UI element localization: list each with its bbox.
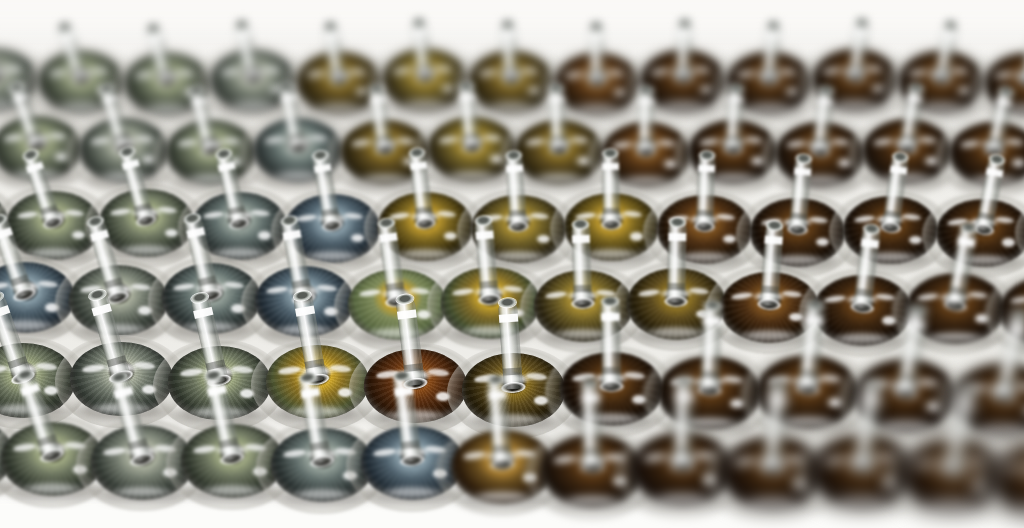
stem-shading xyxy=(502,367,521,375)
stem-shading xyxy=(901,134,918,141)
stem-reflection xyxy=(767,396,787,405)
eye-tray-photo xyxy=(0,0,1024,528)
lower-rim-glint xyxy=(399,99,451,109)
stem-shading xyxy=(463,133,479,140)
stem-base-meniscus xyxy=(600,218,622,229)
lower-rim-glint xyxy=(657,100,709,110)
stem-opening xyxy=(1010,308,1024,320)
stem-shading xyxy=(726,135,742,141)
glass-stem xyxy=(638,89,654,153)
stem-shading xyxy=(243,65,259,73)
lower-rim-glint xyxy=(571,103,623,113)
stem-shading xyxy=(573,285,591,292)
glass-eye-r1-c7-olive-brown xyxy=(468,51,554,113)
stem-reflection xyxy=(1007,323,1024,334)
stem-shading xyxy=(898,372,918,382)
glass-stem xyxy=(588,25,604,83)
stem-shading xyxy=(104,278,123,289)
stem-reflection xyxy=(459,94,475,101)
lower-rim-glint xyxy=(201,484,263,496)
glass-stem xyxy=(600,300,620,388)
point-glint xyxy=(258,231,271,239)
stem-opening xyxy=(677,19,691,28)
stem-shading xyxy=(400,440,420,449)
lower-rim-glint xyxy=(397,248,454,259)
stem-reflection xyxy=(193,307,213,319)
stem-reflection xyxy=(0,227,13,240)
stem-reflection xyxy=(282,230,301,241)
stem-reflection xyxy=(324,32,340,40)
stem-opening xyxy=(675,377,693,386)
stem-base-meniscus xyxy=(599,381,623,392)
stem-shading xyxy=(790,213,807,220)
glass-eye-r3-c12-dark-brown xyxy=(936,199,1024,267)
stem-shading xyxy=(205,359,225,370)
stem-shading xyxy=(321,208,339,217)
stem-shading xyxy=(977,212,995,221)
lower-rim-glint xyxy=(741,496,803,508)
point-glint xyxy=(1002,238,1015,246)
stem-reflection xyxy=(409,162,427,171)
stem-base-meniscus xyxy=(673,73,692,84)
stem-reflection xyxy=(191,97,208,106)
lower-rim-glint xyxy=(141,103,193,113)
stem-reflection xyxy=(804,315,824,325)
lower-rim-glint xyxy=(291,488,353,500)
stem-reflection xyxy=(889,165,907,174)
stem-opening xyxy=(458,81,473,91)
stem-shading xyxy=(799,369,819,378)
stem-reflection xyxy=(996,98,1013,107)
stem-opening xyxy=(411,17,426,28)
stem-shading xyxy=(854,448,874,457)
lower-rim-glint xyxy=(915,101,967,111)
stem-reflection xyxy=(91,303,111,316)
stem-shading xyxy=(218,437,238,448)
stem-reflection xyxy=(90,230,109,242)
stem-shading xyxy=(813,137,829,144)
stem-shading xyxy=(287,132,304,140)
stem-reflection xyxy=(280,94,297,103)
stem-shading xyxy=(106,355,126,367)
stem-shading xyxy=(855,288,874,297)
glass-stem xyxy=(580,381,601,469)
stem-shading xyxy=(988,136,1005,144)
stem-shading xyxy=(491,444,510,452)
stem-reflection xyxy=(487,390,507,399)
stem-opening xyxy=(368,84,384,95)
stem-shading xyxy=(403,363,423,372)
stem-reflection xyxy=(853,29,869,36)
stem-reflection xyxy=(19,383,40,396)
stem-opening xyxy=(729,83,744,93)
stem-reflection xyxy=(817,98,833,105)
stem-opening xyxy=(703,300,721,310)
lower-rim-glint xyxy=(532,172,586,182)
glass-stem xyxy=(725,86,744,151)
stem-shading xyxy=(676,66,691,71)
stem-opening xyxy=(408,148,425,159)
stem-shading xyxy=(602,208,619,214)
point-glint xyxy=(165,229,178,237)
stem-reflection xyxy=(581,394,600,402)
lower-rim-glint xyxy=(972,423,1024,435)
stem-reflection xyxy=(498,313,518,322)
glass-eye-r6-c13-chocolate xyxy=(991,442,1024,516)
glass-stem xyxy=(676,22,692,80)
stem-reflection xyxy=(702,317,721,326)
stem-reflection xyxy=(638,99,654,105)
stem-reflection xyxy=(235,30,251,38)
stem-base-meniscus xyxy=(587,76,606,87)
stem-reflection xyxy=(412,29,428,36)
stem-shading xyxy=(508,210,525,217)
stem-reflection xyxy=(905,319,925,330)
stem-opening xyxy=(769,380,787,390)
stem-reflection xyxy=(313,164,331,173)
stem-shading xyxy=(10,274,29,286)
stem-shading xyxy=(667,283,685,290)
lower-rim-glint xyxy=(313,102,365,112)
stem-reflection xyxy=(59,31,75,40)
stem-base-meniscus xyxy=(571,297,594,309)
stem-reflection xyxy=(121,159,139,170)
stem-reflection xyxy=(500,31,515,37)
stem-opening xyxy=(766,220,783,230)
stem-reflection xyxy=(861,395,881,405)
glass-stem xyxy=(696,154,716,229)
stem-shading xyxy=(479,281,497,289)
stem-shading xyxy=(112,132,129,141)
stem-reflection xyxy=(677,30,692,36)
stem-reflection xyxy=(697,165,714,172)
stem-opening xyxy=(795,154,811,164)
stem-shading xyxy=(200,135,217,144)
stem-reflection xyxy=(727,96,743,103)
stem-opening xyxy=(854,17,869,28)
stem-reflection xyxy=(379,233,398,243)
stem-shading xyxy=(582,448,601,456)
stem-shading xyxy=(849,64,864,70)
stem-shading xyxy=(762,67,777,73)
stem-opening xyxy=(378,218,396,229)
stem-reflection xyxy=(668,233,686,241)
stem-shading xyxy=(304,358,324,368)
stem-shading xyxy=(227,205,245,214)
stem-reflection xyxy=(572,235,590,243)
stem-opening xyxy=(639,86,654,95)
stem-shading xyxy=(416,64,431,70)
stem-reflection xyxy=(674,393,693,401)
stem-shading xyxy=(696,210,713,216)
stem-opening xyxy=(602,148,618,157)
lower-rim-glint xyxy=(561,494,623,506)
stem-opening xyxy=(601,297,619,306)
stem-opening xyxy=(699,151,715,161)
stem-shading xyxy=(198,276,217,287)
stem-base-meniscus xyxy=(670,461,695,473)
lower-rim-glint xyxy=(743,102,795,112)
stem-shading xyxy=(761,286,779,294)
stem-shading xyxy=(945,451,965,461)
stem-opening xyxy=(500,19,514,29)
point-glint xyxy=(909,236,922,244)
point-glint xyxy=(664,160,677,168)
stem-base-meniscus xyxy=(723,143,744,155)
stem-opening xyxy=(505,150,521,160)
stem-reflection xyxy=(113,386,133,399)
stem-shading xyxy=(292,279,311,289)
lower-rim-glint xyxy=(646,326,705,337)
stem-reflection xyxy=(0,305,10,319)
glass-stem xyxy=(673,380,694,468)
stem-shading xyxy=(996,376,1016,387)
lower-rim-glint xyxy=(55,101,107,111)
lower-rim-glint xyxy=(739,329,798,340)
stem-base-meniscus xyxy=(697,384,722,396)
point-glint xyxy=(537,235,550,243)
stem-opening xyxy=(589,22,603,31)
stem-shading xyxy=(385,283,404,292)
stem-reflection xyxy=(906,95,923,103)
stem-reflection xyxy=(295,306,315,317)
stem-opening xyxy=(766,20,780,30)
stem-shading xyxy=(39,205,57,216)
lower-rim-glint xyxy=(471,490,533,502)
stem-shading xyxy=(7,356,27,369)
stem-reflection xyxy=(101,95,118,105)
stem-shading xyxy=(375,135,392,142)
stem-reflection xyxy=(217,161,235,171)
lower-rim-glint xyxy=(925,331,984,342)
stem-reflection xyxy=(764,236,782,245)
stem-reflection xyxy=(475,231,494,240)
stem-reflection xyxy=(861,239,880,248)
stem-shading xyxy=(329,67,345,74)
stem-opening xyxy=(498,297,516,307)
lower-rim-glint xyxy=(485,101,537,111)
stem-shading xyxy=(883,210,901,218)
glass-stem xyxy=(601,151,619,225)
stem-reflection xyxy=(393,387,413,397)
lower-rim-glint xyxy=(832,332,891,343)
stem-opening xyxy=(572,219,589,229)
stem-reflection xyxy=(505,164,522,172)
glass-eye-r1-c6-olive xyxy=(382,49,468,111)
stem-reflection xyxy=(954,398,974,409)
stem-reflection xyxy=(765,32,780,38)
stem-reflection xyxy=(941,31,957,39)
stem-opening xyxy=(549,84,564,94)
stem-reflection xyxy=(602,162,619,169)
lower-rim-glint xyxy=(619,175,673,185)
stem-reflection xyxy=(25,162,43,174)
stem-shading xyxy=(638,138,654,143)
stem-shading xyxy=(127,438,147,450)
stem-reflection xyxy=(300,388,320,399)
stem-reflection xyxy=(370,96,387,104)
stem-shading xyxy=(503,66,518,72)
lower-rim-glint xyxy=(583,248,640,259)
stem-shading xyxy=(700,370,719,378)
stem-reflection xyxy=(206,385,226,397)
stem-shading xyxy=(948,286,967,296)
lower-rim-glint xyxy=(829,99,881,109)
stem-shading xyxy=(764,450,783,458)
stem-reflection xyxy=(396,309,416,319)
glass-stem xyxy=(571,222,592,305)
stem-shading xyxy=(935,66,951,73)
stem-shading xyxy=(601,366,620,373)
stem-reflection xyxy=(588,33,603,39)
lower-rim-glint xyxy=(21,482,83,494)
point-glint xyxy=(838,159,851,167)
stem-reflection xyxy=(549,96,565,102)
stem-shading xyxy=(550,135,566,141)
glass-stem xyxy=(548,87,567,152)
glass-stem xyxy=(700,303,722,392)
stem-reflection xyxy=(985,168,1003,178)
glass-stem xyxy=(667,221,687,303)
lower-rim-glint xyxy=(921,498,983,510)
stem-reflection xyxy=(793,168,811,176)
stem-reflection xyxy=(957,237,976,247)
stem-reflection xyxy=(186,227,205,238)
stem-shading xyxy=(309,441,329,451)
stem-reflection xyxy=(12,93,29,104)
stem-shading xyxy=(589,69,604,74)
stem-reflection xyxy=(147,33,163,42)
point-glint xyxy=(1012,159,1024,167)
stem-base-meniscus xyxy=(664,295,687,306)
stem-shading xyxy=(36,434,56,447)
lower-rim-glint xyxy=(358,173,412,183)
stem-opening xyxy=(818,86,834,96)
stem-shading xyxy=(414,206,432,214)
point-glint xyxy=(630,232,643,240)
stem-opening xyxy=(475,216,492,226)
stem-opening xyxy=(581,378,599,387)
stem-opening xyxy=(669,218,686,227)
lower-rim-glint xyxy=(227,100,279,110)
stem-shading xyxy=(673,446,692,453)
stem-reflection xyxy=(600,313,619,321)
stem-shading xyxy=(133,202,151,212)
